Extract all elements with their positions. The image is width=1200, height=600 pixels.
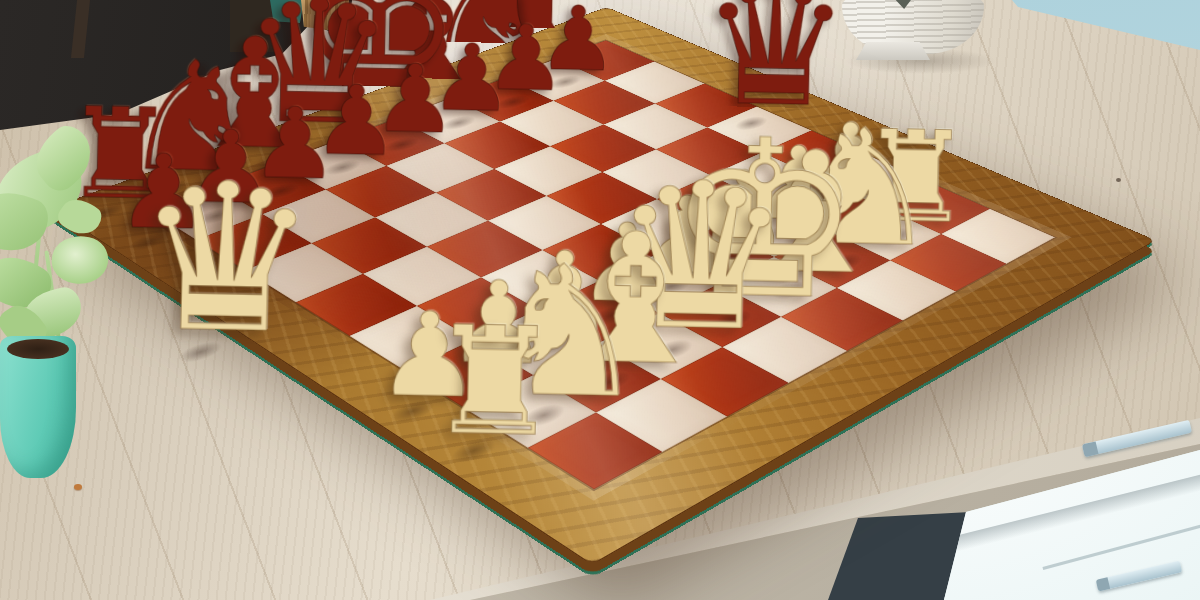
plant-leaf (48, 232, 111, 289)
potted-plant (0, 140, 144, 485)
pieces-layer: ♜♞♝♛♚♝♞♜♟♟♟♟♟♟♟♟♟♟♟♟♟♟♟♟♜♞♝♛♚♝♞♜♛♛ (51, 7, 1154, 563)
plant-pot (0, 336, 76, 478)
pieces-overlay: ♜♞♝♛♚♝♞♜♟♟♟♟♟♟♟♟♟♟♟♟♟♟♟♟♜♞♝♛♚♝♞♜♛♛ (0, 0, 1200, 600)
plant-soil (7, 339, 69, 359)
pieces-perspective: ♜♞♝♛♚♝♞♜♟♟♟♟♟♟♟♟♟♟♟♟♟♟♟♟♜♞♝♛♚♝♞♜♛♛ (0, 0, 1200, 600)
scene: Chess ♜♞♝♛♚♝♞♜♟♟♟♟♟♟♟♟♟♟♟♟♟♟♟♟♜♞♝♛♚♝♞♜♛♛ (0, 0, 1200, 600)
